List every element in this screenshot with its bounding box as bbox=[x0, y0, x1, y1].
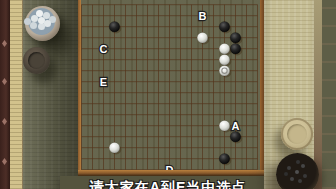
go-board: ABCDE bbox=[78, 0, 263, 176]
subtitle-caption: 请大家在A到E当中选点 bbox=[0, 179, 336, 189]
white-stone bbox=[219, 65, 230, 76]
black-stone bbox=[230, 131, 241, 142]
white-stone bbox=[219, 120, 230, 131]
black-stone bbox=[109, 21, 120, 32]
tatami-edge-strip bbox=[10, 0, 23, 189]
black-stones-in-bowl bbox=[295, 170, 299, 174]
white-stone bbox=[219, 54, 230, 65]
white-stone bbox=[197, 32, 208, 43]
wood-carving-diamond bbox=[2, 118, 7, 125]
black-stone bbox=[219, 21, 230, 32]
white-stone bbox=[219, 43, 230, 54]
go-video-frame: ABCDE 请大家在A到E当中选点 bbox=[0, 0, 336, 189]
tatami-border-right bbox=[314, 0, 322, 189]
point-label-a: A bbox=[232, 120, 240, 132]
white-stone bbox=[109, 142, 120, 153]
black-stone bbox=[230, 32, 241, 43]
black-stone bbox=[219, 153, 230, 164]
white-stone-bowl bbox=[25, 6, 60, 41]
point-label-c: C bbox=[100, 43, 108, 55]
bowl-lid-wood bbox=[281, 118, 313, 150]
point-label-e: E bbox=[100, 76, 107, 88]
carved-wood-floor-left bbox=[0, 0, 10, 189]
board-grid: ABCDE bbox=[78, 0, 263, 176]
white-stones-in-bowl bbox=[28, 8, 55, 35]
wood-carving-diamond bbox=[2, 158, 7, 165]
carved-wood-pillar-right bbox=[322, 0, 336, 189]
black-stone bbox=[230, 43, 241, 54]
bowl-lid-dark bbox=[23, 47, 50, 74]
point-label-b: B bbox=[199, 10, 207, 22]
board-left-edge bbox=[78, 0, 81, 176]
wood-carving-diamond bbox=[2, 40, 7, 47]
wood-carving-diamond bbox=[2, 78, 7, 85]
